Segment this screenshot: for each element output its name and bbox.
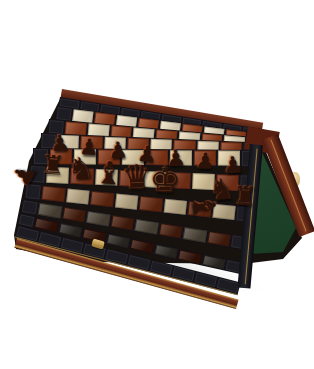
- board-square: [62, 207, 86, 223]
- frame-square: [22, 200, 38, 214]
- chess-piece-dark-king-e: ♚: [149, 163, 182, 199]
- board-square: [38, 203, 62, 219]
- chess-piece-dark-bishop-c: ♝: [94, 157, 124, 190]
- board-square: [163, 199, 187, 215]
- board-square: [134, 219, 158, 235]
- board-square: [207, 231, 231, 247]
- frame-square: [56, 107, 71, 121]
- board-square: [66, 188, 90, 204]
- board-square: [183, 227, 207, 243]
- chess-piece-dark-knight-g: ♞: [208, 175, 236, 206]
- chess-set-photo: ♟♟♟♟♟♟♟♟♜♞♝♛♚♝♞♜: [0, 0, 314, 369]
- board-square: [90, 191, 114, 207]
- board-square: [86, 211, 110, 227]
- chess-piece-dark-rook-h: ♜: [233, 183, 258, 210]
- board-square: [110, 215, 134, 231]
- chess-piece-dark-pawn-g: ♟: [195, 150, 215, 173]
- chess-piece-dark-knight-b: ♞: [66, 152, 96, 185]
- board-square: [158, 223, 182, 239]
- board-square: [41, 186, 65, 202]
- chess-piece-dark-rook-a: ♜: [41, 152, 66, 179]
